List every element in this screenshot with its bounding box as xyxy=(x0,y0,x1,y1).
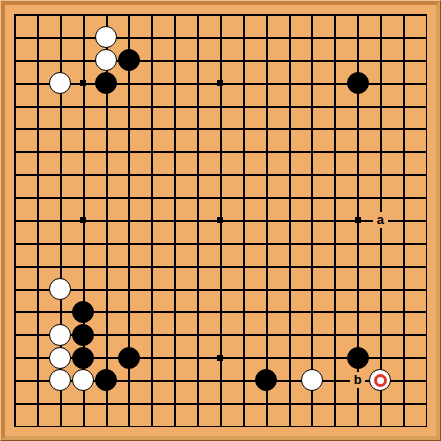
star-point xyxy=(80,217,86,223)
black-stone xyxy=(347,347,369,369)
white-stone xyxy=(49,324,71,346)
point-label-a: a xyxy=(373,212,388,228)
black-stone xyxy=(118,49,140,71)
white-stone xyxy=(72,369,94,391)
point-label-b: b xyxy=(350,372,365,388)
star-point xyxy=(217,217,223,223)
black-stone xyxy=(118,347,140,369)
black-stone xyxy=(72,324,94,346)
star-point xyxy=(80,80,86,86)
white-stone xyxy=(49,347,71,369)
red-circle-marker xyxy=(374,374,387,387)
black-stone xyxy=(255,369,277,391)
white-stone xyxy=(49,369,71,391)
star-point xyxy=(355,217,361,223)
black-stone xyxy=(72,301,94,323)
white-stone xyxy=(49,72,71,94)
marked-white-stone xyxy=(369,369,391,391)
black-stone xyxy=(95,72,117,94)
black-stone xyxy=(347,72,369,94)
go-board: ab xyxy=(0,0,441,441)
black-stone xyxy=(72,347,94,369)
star-point xyxy=(217,80,223,86)
black-stone xyxy=(95,369,117,391)
white-stone xyxy=(49,278,71,300)
white-stone xyxy=(95,26,117,48)
white-stone xyxy=(95,49,117,71)
white-stone xyxy=(301,369,323,391)
star-point xyxy=(217,355,223,361)
board-grid: ab xyxy=(3,3,438,438)
